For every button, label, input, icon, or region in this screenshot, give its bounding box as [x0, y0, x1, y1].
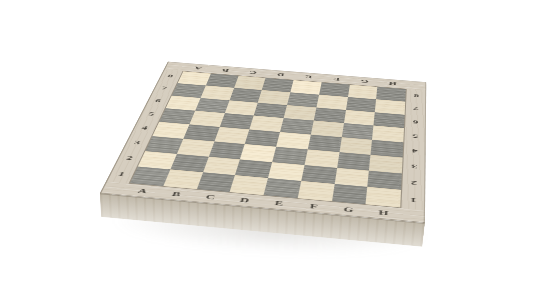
square-d1	[230, 175, 268, 195]
rank-label-left-1: 1	[106, 165, 137, 184]
square-f3	[304, 149, 339, 167]
square-g1	[331, 184, 367, 204]
rank-label-left-3: 3	[123, 134, 152, 151]
square-b4	[183, 124, 219, 141]
square-g3	[337, 152, 371, 170]
rank-label-right-5: 5	[404, 128, 425, 144]
square-a1	[130, 167, 170, 187]
rank-labels-right-rail: 87654321	[401, 89, 426, 210]
square-b6	[195, 98, 229, 113]
square-b2	[170, 154, 208, 173]
square-f4	[308, 135, 342, 152]
square-c1	[196, 172, 235, 192]
square-d7	[258, 90, 290, 105]
square-h5	[372, 126, 404, 143]
rank-label-right-3: 3	[403, 158, 426, 176]
square-d4	[245, 129, 280, 146]
square-d3	[240, 144, 276, 162]
square-a4	[152, 122, 189, 139]
scene-tilt: ABCDEFGH ABCDEFGH 87654321 87654321	[0, 0, 533, 300]
square-d2	[235, 159, 272, 178]
square-e2	[268, 162, 304, 181]
square-h3	[369, 155, 402, 174]
square-b1	[163, 169, 202, 189]
square-a3	[145, 136, 183, 154]
square-g4	[339, 137, 372, 155]
rank-label-right-4: 4	[404, 142, 426, 159]
square-h2	[368, 170, 402, 189]
rank-label-left-2: 2	[115, 149, 145, 167]
rank-label-right-1: 1	[401, 190, 425, 210]
square-f5	[311, 121, 344, 138]
square-c8	[234, 76, 266, 90]
square-f2	[301, 165, 337, 184]
square-h1	[366, 187, 401, 208]
square-g2	[334, 168, 369, 187]
square-c3	[208, 141, 245, 159]
square-a2	[138, 151, 177, 170]
square-b3	[177, 139, 214, 157]
square-c2	[203, 156, 241, 175]
square-g5	[341, 123, 373, 140]
square-e1	[264, 178, 301, 198]
chessboard: ABCDEFGH ABCDEFGH 87654321 87654321	[100, 62, 426, 223]
square-e3	[272, 147, 307, 165]
square-e4	[276, 132, 310, 149]
square-h4	[371, 140, 404, 158]
rank-label-right-2: 2	[402, 174, 425, 193]
square-c4	[214, 127, 250, 144]
rank-label-left-4: 4	[131, 120, 159, 136]
product-photo-canvas: ABCDEFGH ABCDEFGH 87654321 87654321	[0, 0, 533, 300]
square-f1	[297, 181, 334, 201]
